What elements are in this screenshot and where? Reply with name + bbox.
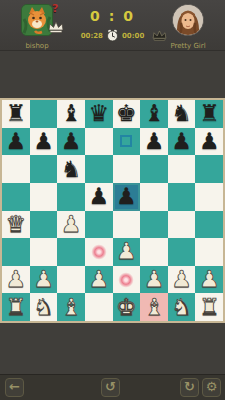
square-b5[interactable]: [30, 183, 58, 211]
piece-black-rook[interactable]: ♜: [6, 102, 27, 125]
square-e3[interactable]: ♟: [113, 238, 141, 266]
square-e6[interactable]: [113, 155, 141, 183]
piece-black-rook[interactable]: ♜: [199, 102, 220, 125]
piece-black-pawn[interactable]: ♟: [6, 130, 27, 153]
square-g8[interactable]: ♞: [168, 100, 196, 128]
square-c6[interactable]: ♞: [57, 155, 85, 183]
square-f5[interactable]: [140, 183, 168, 211]
clock-icon: [106, 29, 119, 42]
woman-avatar-image: [173, 5, 203, 35]
square-g5[interactable]: [168, 183, 196, 211]
piece-white-pawn[interactable]: ♟: [61, 213, 82, 236]
square-h8[interactable]: ♜: [195, 100, 223, 128]
right-player-name: Pretty Girl: [157, 42, 219, 50]
square-c1[interactable]: ♝: [57, 293, 85, 321]
left-player-name: bishop: [6, 42, 68, 50]
square-e2[interactable]: [113, 266, 141, 294]
square-b2[interactable]: ♟: [30, 266, 58, 294]
square-h4[interactable]: [195, 211, 223, 239]
piece-black-pawn[interactable]: ♟: [199, 130, 220, 153]
square-a8[interactable]: ♜: [2, 100, 30, 128]
right-player-panel: Pretty Girl: [157, 4, 219, 50]
bottom-toolbar: ← ↺ ↻ ⚙: [0, 374, 225, 400]
square-c4[interactable]: ♟: [57, 211, 85, 239]
piece-black-king[interactable]: ♚: [116, 102, 137, 125]
square-h5[interactable]: [195, 183, 223, 211]
black-timer: 00:00: [122, 32, 144, 40]
square-d4[interactable]: [85, 211, 113, 239]
flip-board-button[interactable]: ↻: [180, 378, 199, 397]
square-a7[interactable]: ♟: [2, 128, 30, 156]
square-g4[interactable]: [168, 211, 196, 239]
square-e7[interactable]: [113, 128, 141, 156]
square-b1[interactable]: ♞: [30, 293, 58, 321]
piece-white-pawn[interactable]: ♟: [33, 268, 54, 291]
square-h2[interactable]: ♟: [195, 266, 223, 294]
square-a3[interactable]: [2, 238, 30, 266]
square-h7[interactable]: ♟: [195, 128, 223, 156]
square-f4[interactable]: [140, 211, 168, 239]
piece-white-pawn[interactable]: ♟: [171, 268, 192, 291]
square-b8[interactable]: [30, 100, 58, 128]
square-g3[interactable]: [168, 238, 196, 266]
square-c5[interactable]: [57, 183, 85, 211]
square-f7[interactable]: ♟: [140, 128, 168, 156]
square-f8[interactable]: ♝: [140, 100, 168, 128]
piece-white-rook[interactable]: ♜: [6, 296, 27, 319]
piece-black-pawn[interactable]: ♟: [61, 130, 82, 153]
piece-black-knight[interactable]: ♞: [171, 102, 192, 125]
square-f6[interactable]: [140, 155, 168, 183]
piece-black-knight[interactable]: ♞: [61, 158, 82, 181]
square-g7[interactable]: ♟: [168, 128, 196, 156]
undo-move-button[interactable]: ↺: [101, 378, 120, 397]
square-f3[interactable]: [140, 238, 168, 266]
square-b6[interactable]: [30, 155, 58, 183]
piece-black-pawn[interactable]: ♟: [88, 185, 109, 208]
piece-black-pawn[interactable]: ♟: [116, 185, 137, 208]
piece-white-pawn[interactable]: ♟: [144, 268, 165, 291]
chess-board: ♜♝♛♚♝♞♜♟♟♟♟♟♟♞♟♟♛♟♟♟♟♟♟♟♟♜♞♝♚♝♞♜: [0, 98, 225, 323]
piece-white-king[interactable]: ♚: [116, 296, 137, 319]
piece-black-pawn[interactable]: ♟: [144, 130, 165, 153]
square-f2[interactable]: ♟: [140, 266, 168, 294]
piece-black-bishop[interactable]: ♝: [144, 102, 165, 125]
piece-white-pawn[interactable]: ♟: [6, 268, 27, 291]
square-a6[interactable]: [2, 155, 30, 183]
move-hint-dot: [118, 272, 134, 288]
square-d5[interactable]: ♟: [85, 183, 113, 211]
square-b3[interactable]: [30, 238, 58, 266]
piece-white-bishop[interactable]: ♝: [61, 296, 82, 319]
square-g2[interactable]: ♟: [168, 266, 196, 294]
square-c8[interactable]: ♝: [57, 100, 85, 128]
square-c2[interactable]: [57, 266, 85, 294]
square-g6[interactable]: [168, 155, 196, 183]
square-h3[interactable]: [195, 238, 223, 266]
back-button[interactable]: ←: [5, 378, 24, 397]
square-c7[interactable]: ♟: [57, 128, 85, 156]
square-b7[interactable]: ♟: [30, 128, 58, 156]
piece-white-rook[interactable]: ♜: [199, 296, 220, 319]
settings-button[interactable]: ⚙: [202, 378, 221, 397]
piece-white-pawn[interactable]: ♟: [88, 268, 109, 291]
square-d2[interactable]: ♟: [85, 266, 113, 294]
piece-black-bishop[interactable]: ♝: [61, 102, 82, 125]
right-player-avatar: [172, 4, 204, 36]
square-d7[interactable]: [85, 128, 113, 156]
square-a5[interactable]: [2, 183, 30, 211]
square-d1[interactable]: [85, 293, 113, 321]
square-g1[interactable]: ♞: [168, 293, 196, 321]
piece-white-knight[interactable]: ♞: [33, 296, 54, 319]
square-b4[interactable]: [30, 211, 58, 239]
piece-black-queen[interactable]: ♛: [88, 102, 109, 125]
lastmove-from-marker: [120, 135, 132, 147]
square-a2[interactable]: ♟: [2, 266, 30, 294]
move-hint-dot: [91, 244, 107, 260]
square-e4[interactable]: [113, 211, 141, 239]
square-e8[interactable]: ♚: [113, 100, 141, 128]
piece-black-pawn[interactable]: ♟: [171, 130, 192, 153]
square-f1[interactable]: ♝: [140, 293, 168, 321]
square-e1[interactable]: ♚: [113, 293, 141, 321]
piece-white-queen[interactable]: ♛: [6, 213, 27, 236]
square-h1[interactable]: ♜: [195, 293, 223, 321]
square-d6[interactable]: [85, 155, 113, 183]
piece-white-knight[interactable]: ♞: [171, 296, 192, 319]
square-d3[interactable]: [85, 238, 113, 266]
white-timer: 00:28: [81, 32, 103, 40]
square-a1[interactable]: ♜: [2, 293, 30, 321]
square-c3[interactable]: [57, 238, 85, 266]
piece-white-pawn[interactable]: ♟: [116, 240, 137, 263]
square-e5[interactable]: ♟: [113, 183, 141, 211]
square-h6[interactable]: [195, 155, 223, 183]
square-a4[interactable]: ♛: [2, 211, 30, 239]
square-d8[interactable]: ♛: [85, 100, 113, 128]
piece-white-pawn[interactable]: ♟: [199, 268, 220, 291]
top-bar: bishop ? 0 : 0 00:28 00:00: [0, 0, 225, 51]
piece-white-bishop[interactable]: ♝: [144, 296, 165, 319]
piece-black-pawn[interactable]: ♟: [33, 130, 54, 153]
